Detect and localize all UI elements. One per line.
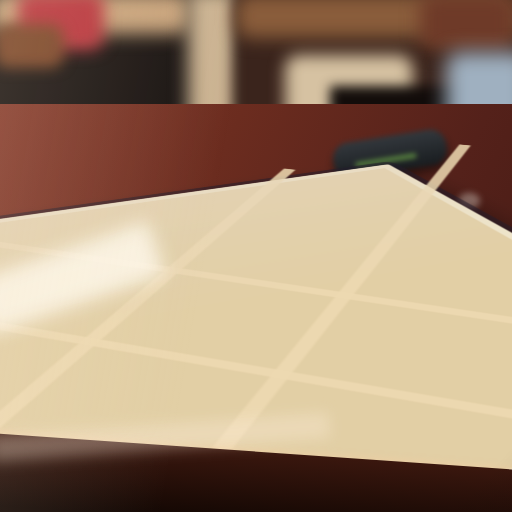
pieces-layer [0,0,512,512]
tabletop-photo [0,0,512,512]
